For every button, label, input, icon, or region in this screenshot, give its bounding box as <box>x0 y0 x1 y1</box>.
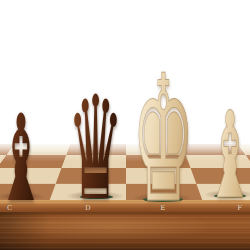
white-king-piece[interactable]: ♚ <box>129 52 199 227</box>
white-bishop-piece[interactable]: ♝ <box>202 96 250 216</box>
dark-queen-piece[interactable]: ♛ <box>64 77 127 220</box>
dark-bishop-piece[interactable]: ♝ <box>0 99 49 219</box>
chess-photo-canvas: ♝ ♛ ♚ ♝ C D E F <box>0 0 250 250</box>
